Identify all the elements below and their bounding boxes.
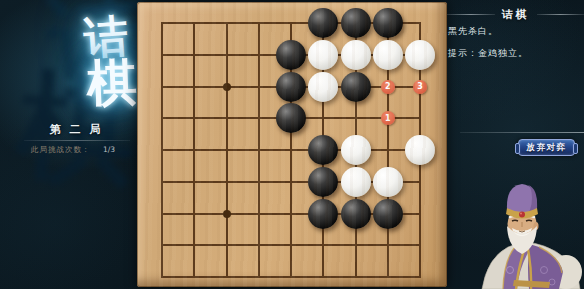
black-stone: [373, 8, 403, 38]
white-stone: [373, 167, 403, 197]
black-stone: [308, 135, 338, 165]
title-rule-left: [447, 14, 495, 15]
star-point: [223, 83, 231, 91]
sidebar-divider: [24, 140, 130, 141]
black-stone: [341, 8, 371, 38]
black-stone: [341, 72, 371, 102]
black-stone: [308, 167, 338, 197]
black-stone: [276, 40, 306, 70]
white-stone: [405, 135, 435, 165]
black-stone: [373, 199, 403, 229]
info-panel: 诘棋 黑先杀白。 提示：金鸡独立。 放弃对弈: [447, 0, 584, 289]
black-stone: [308, 8, 338, 38]
give-up-button[interactable]: 放弃对弈: [518, 139, 575, 156]
npc-old-master: [470, 178, 584, 289]
white-stone: [373, 40, 403, 70]
go-board[interactable]: 123: [137, 2, 447, 287]
puzzle-objective: 黑先杀白。: [448, 25, 498, 38]
grid-horizontal-line: [161, 244, 421, 246]
move-marker-3: 3: [413, 80, 427, 94]
black-stone: [341, 199, 371, 229]
puzzle-hint: 提示：金鸡独立。: [448, 47, 528, 60]
attempts-label: 此局挑战次数：: [31, 145, 91, 155]
star-point: [223, 210, 231, 218]
panel-divider: [460, 132, 584, 133]
attempts-value: 1/3: [103, 145, 115, 154]
round-label: 第二局: [0, 122, 150, 137]
white-stone: [341, 167, 371, 197]
white-stone: [308, 40, 338, 70]
white-stone: [341, 40, 371, 70]
move-marker-2: 2: [381, 80, 395, 94]
black-stone: [308, 199, 338, 229]
move-marker-1: 1: [381, 111, 395, 125]
black-stone: [276, 72, 306, 102]
panel-title-row: 诘棋: [447, 7, 584, 22]
white-stone: [308, 72, 338, 102]
grid-horizontal-line: [161, 276, 421, 278]
panel-title: 诘棋: [502, 7, 530, 22]
white-stone: [341, 135, 371, 165]
grid-horizontal-line: [161, 149, 421, 151]
sidebar: 诘 棋 诘 棋 第二局 此局挑战次数： 1/3: [0, 0, 140, 289]
white-stone: [405, 40, 435, 70]
go-puzzle-screen: 诘 棋 诘 棋 第二局 此局挑战次数： 1/3 123 诘棋 黑先杀白。 提示：…: [0, 0, 584, 289]
title-rule-right: [537, 14, 584, 15]
black-stone: [276, 103, 306, 133]
